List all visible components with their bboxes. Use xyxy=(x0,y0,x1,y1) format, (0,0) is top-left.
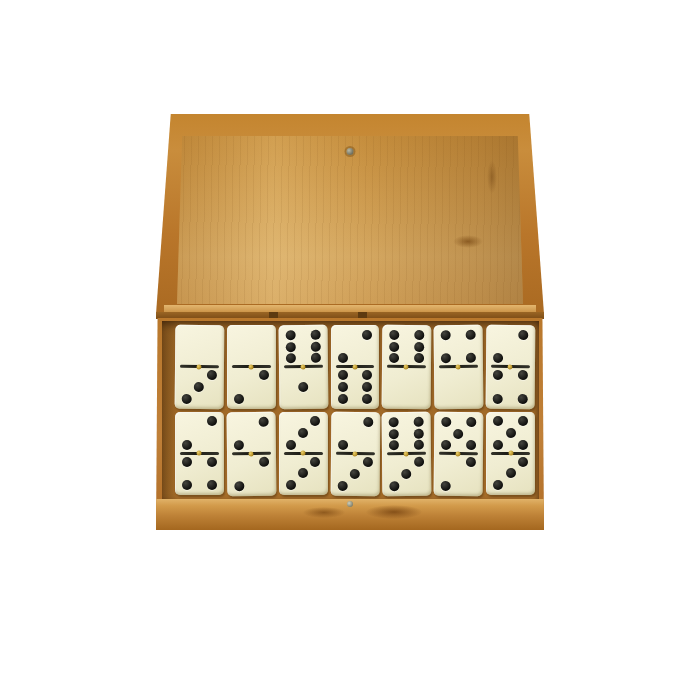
pip xyxy=(234,440,244,450)
domino-top-half xyxy=(490,415,531,452)
pip xyxy=(414,330,424,340)
domino-top-half xyxy=(438,414,479,452)
product-photo xyxy=(0,0,700,700)
pip xyxy=(338,394,348,404)
pip xyxy=(454,428,464,438)
box-lid xyxy=(156,114,544,314)
domino-top-half xyxy=(335,414,376,452)
domino-tile[interactable] xyxy=(227,325,276,409)
pip xyxy=(493,370,503,380)
domino-top-half xyxy=(386,414,427,452)
pip xyxy=(414,353,424,363)
pip xyxy=(506,428,516,438)
pip xyxy=(286,353,296,363)
spinner-dot xyxy=(197,364,202,369)
pip xyxy=(310,457,320,467)
spinner-dot xyxy=(352,364,357,369)
divider-line xyxy=(336,365,375,368)
domino-tile[interactable] xyxy=(330,411,380,495)
pip xyxy=(442,416,452,426)
pip xyxy=(441,480,451,490)
domino-bottom-half xyxy=(179,455,220,492)
pip xyxy=(362,370,372,380)
divider-line xyxy=(284,452,323,455)
divider-line xyxy=(491,452,530,455)
pip xyxy=(234,394,244,404)
pip xyxy=(390,353,400,363)
divider-line xyxy=(387,365,426,368)
domino-tile[interactable] xyxy=(226,411,276,495)
domino-top-half xyxy=(283,415,324,452)
pip xyxy=(441,330,451,340)
pip xyxy=(493,480,503,490)
front-screw-dot xyxy=(347,501,353,507)
box-base xyxy=(156,318,544,530)
domino-tray xyxy=(162,321,539,499)
pip xyxy=(506,468,516,478)
divider-line xyxy=(439,452,478,455)
pip xyxy=(286,342,296,352)
pip xyxy=(298,382,308,392)
pip xyxy=(285,330,295,340)
domino-top-half xyxy=(179,415,220,452)
pip xyxy=(390,341,400,351)
pip xyxy=(259,370,269,380)
domino-tile[interactable] xyxy=(382,411,432,495)
pip xyxy=(182,440,192,450)
spinner-dot xyxy=(249,364,254,369)
pip xyxy=(350,468,360,478)
pip xyxy=(389,416,399,426)
pip xyxy=(338,353,348,363)
pip xyxy=(389,428,399,438)
domino-top-half xyxy=(230,414,271,452)
hinge-mark-left xyxy=(269,312,278,319)
pip xyxy=(182,393,192,403)
domino-tile[interactable] xyxy=(175,412,224,496)
pip xyxy=(310,341,320,351)
domino-bottom-half xyxy=(490,368,531,406)
pip xyxy=(258,416,268,426)
pip xyxy=(414,456,424,466)
domino-bottom-half xyxy=(179,368,220,406)
pip xyxy=(207,416,217,426)
domino-grid xyxy=(175,325,535,495)
pip xyxy=(338,370,348,380)
pip xyxy=(441,440,451,450)
pip xyxy=(362,457,372,467)
pip xyxy=(182,480,192,490)
pip xyxy=(518,370,528,380)
front-wood-knot-right xyxy=(366,505,422,519)
pip xyxy=(414,440,424,450)
pip xyxy=(259,456,269,466)
domino-top-half xyxy=(438,328,479,366)
domino-top-half xyxy=(490,328,531,366)
pip xyxy=(338,440,348,450)
pip xyxy=(466,330,476,340)
pip xyxy=(414,428,424,438)
pip xyxy=(466,353,476,363)
domino-tile[interactable] xyxy=(175,325,225,409)
box-front-wall xyxy=(156,499,544,530)
domino-top-half xyxy=(231,328,272,365)
lid-magnet-dot xyxy=(347,148,354,155)
pip xyxy=(402,468,412,478)
pip xyxy=(310,353,320,363)
pip xyxy=(234,480,244,490)
pip xyxy=(414,416,424,426)
spinner-dot xyxy=(197,451,202,456)
pip xyxy=(207,480,217,490)
pip xyxy=(493,416,503,426)
pip xyxy=(362,416,372,426)
pip xyxy=(310,330,320,340)
pip xyxy=(518,330,528,340)
pip xyxy=(390,480,400,490)
lid-wood-knot xyxy=(453,235,483,248)
domino-tile[interactable] xyxy=(382,325,432,409)
domino-bottom-half xyxy=(386,455,427,493)
domino-top-half xyxy=(179,328,220,366)
pip xyxy=(338,382,348,392)
pip xyxy=(441,353,451,363)
pip xyxy=(194,382,204,392)
pip xyxy=(466,416,476,426)
pip xyxy=(518,416,528,426)
domino-bottom-half xyxy=(283,368,324,406)
domino-top-half xyxy=(386,328,427,366)
spinner-dot xyxy=(249,451,254,456)
front-wood-knot-left xyxy=(303,507,345,518)
pip xyxy=(518,440,528,450)
domino-top-half xyxy=(282,328,323,366)
pip xyxy=(298,428,308,438)
lid-grain-streak xyxy=(487,160,497,194)
domino-tile[interactable] xyxy=(331,325,380,409)
pip xyxy=(337,480,347,490)
domino-bottom-half xyxy=(438,368,479,406)
domino-bottom-half xyxy=(490,455,531,492)
pip xyxy=(286,440,296,450)
divider-line xyxy=(232,365,271,368)
pip xyxy=(493,353,503,363)
pip xyxy=(362,382,372,392)
spinner-dot xyxy=(301,451,306,456)
pip xyxy=(362,330,372,340)
divider-line xyxy=(336,452,375,455)
pip xyxy=(389,440,399,450)
divider-line xyxy=(387,452,426,455)
pip xyxy=(182,457,192,467)
domino-tile[interactable] xyxy=(486,325,536,409)
pip xyxy=(518,394,528,404)
domino-bottom-half xyxy=(231,455,272,493)
divider-line xyxy=(232,452,271,455)
domino-tile[interactable] xyxy=(434,411,484,495)
lid-inner-panel xyxy=(177,136,523,304)
domino-tile[interactable] xyxy=(434,325,484,409)
domino-bottom-half xyxy=(438,455,479,493)
pip xyxy=(298,468,308,478)
pip xyxy=(390,330,400,340)
spinner-dot xyxy=(352,451,357,456)
pip xyxy=(207,370,217,380)
pip xyxy=(493,440,503,450)
pip xyxy=(310,416,320,426)
domino-bottom-half xyxy=(386,368,427,406)
domino-bottom-half xyxy=(283,455,324,492)
pip xyxy=(466,440,476,450)
domino-tile[interactable] xyxy=(279,412,328,496)
domino-top-half xyxy=(335,328,376,365)
pip xyxy=(362,394,372,404)
pip xyxy=(207,457,217,467)
domino-bottom-half xyxy=(334,455,375,493)
pip xyxy=(414,342,424,352)
pip xyxy=(286,480,296,490)
divider-line xyxy=(180,452,219,455)
pip xyxy=(466,457,476,467)
hinge-seam xyxy=(156,312,544,319)
domino-tile[interactable] xyxy=(486,412,535,496)
hinge-mark-right xyxy=(358,312,367,319)
pip xyxy=(493,393,503,403)
domino-bottom-half xyxy=(231,368,272,405)
pip xyxy=(518,457,528,467)
spinner-dot xyxy=(508,451,513,456)
divider-line xyxy=(491,365,530,368)
spinner-dot xyxy=(301,364,306,369)
spinner-dot xyxy=(456,451,461,456)
domino-bottom-half xyxy=(335,368,376,405)
domino-tile[interactable] xyxy=(278,325,328,409)
